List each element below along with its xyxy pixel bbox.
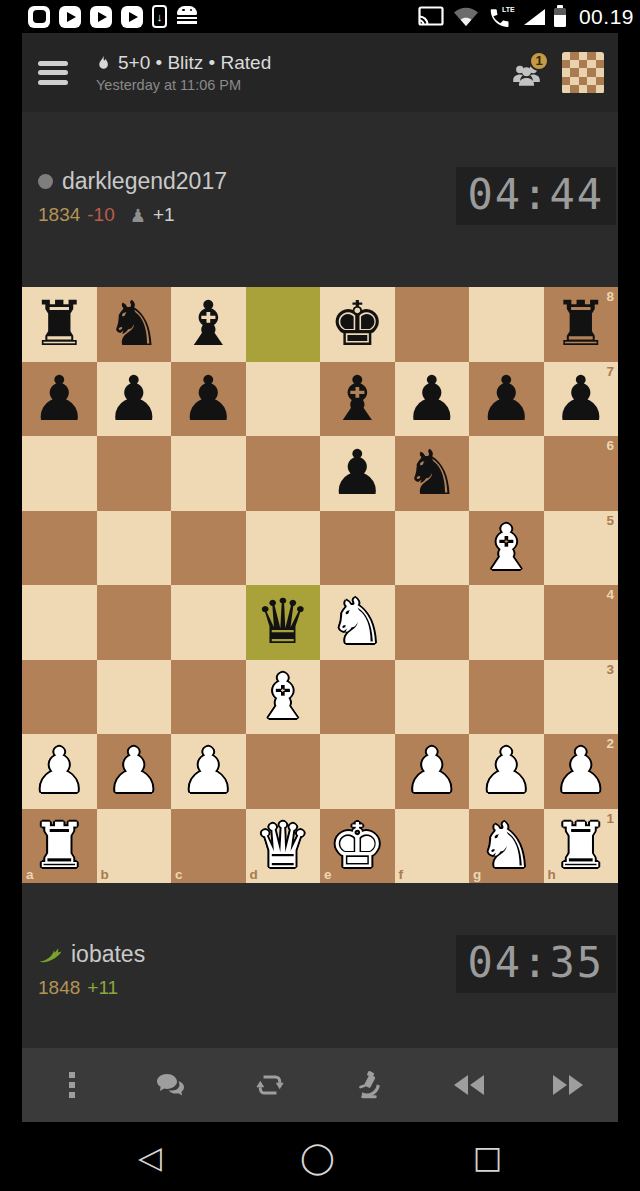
chat-icon xyxy=(156,1072,186,1098)
square-h4[interactable]: 4 xyxy=(544,585,619,660)
piece-black-pawn: ♟ xyxy=(404,362,460,436)
square-e2[interactable] xyxy=(320,734,395,809)
piece-white-rook: ♜ xyxy=(553,809,609,883)
piece-black-pawn: ♟ xyxy=(478,362,534,436)
game-title: 5+0 • Blitz • Rated xyxy=(118,52,271,74)
player-clock: 04:35 xyxy=(456,935,616,993)
forward-icon xyxy=(553,1075,583,1095)
flip-board-button[interactable] xyxy=(221,1048,320,1122)
square-c1[interactable]: c xyxy=(171,809,246,884)
battery-icon xyxy=(554,8,566,27)
square-c3[interactable] xyxy=(171,660,246,735)
rank-label-4: 4 xyxy=(606,587,614,602)
square-c5[interactable] xyxy=(171,511,246,586)
file-label-c: c xyxy=(175,867,183,882)
piece-black-rook: ♜ xyxy=(31,287,87,361)
opponent-rating-diff: -10 xyxy=(87,204,114,226)
game-date: Yesterday at 11:06 PM xyxy=(96,77,271,93)
square-c4[interactable] xyxy=(171,585,246,660)
robot-app-icon xyxy=(176,6,198,28)
square-d8[interactable] xyxy=(246,287,321,362)
piece-white-rook: ♜ xyxy=(31,809,87,883)
square-c6[interactable] xyxy=(171,436,246,511)
square-a3[interactable] xyxy=(22,660,97,735)
square-g4[interactable] xyxy=(469,585,544,660)
menu-button[interactable] xyxy=(38,61,68,85)
piece-black-bishop: ♝ xyxy=(180,287,236,361)
square-b4[interactable] xyxy=(97,585,172,660)
flip-board-icon xyxy=(256,1071,284,1099)
cast-icon xyxy=(418,6,444,27)
more-options-button[interactable] xyxy=(22,1048,121,1122)
file-label-b: b xyxy=(101,867,109,882)
file-label-a: a xyxy=(26,867,34,882)
square-h6[interactable]: 6 xyxy=(544,436,619,511)
status-time: 00.19 xyxy=(579,5,634,29)
square-d1[interactable]: ♛d xyxy=(246,809,321,884)
square-a1[interactable]: ♜a xyxy=(22,809,97,884)
square-e7[interactable]: ♝ xyxy=(320,362,395,437)
rank-label-3: 3 xyxy=(606,662,614,677)
square-b7[interactable]: ♟ xyxy=(97,362,172,437)
piece-white-pawn: ♟ xyxy=(106,734,162,808)
status-bar: ↓ LTE 00.19 xyxy=(0,0,640,33)
player-rating: 1848 xyxy=(38,977,80,999)
square-e3[interactable] xyxy=(320,660,395,735)
square-d5[interactable] xyxy=(246,511,321,586)
square-h3[interactable]: 3 xyxy=(544,660,619,735)
android-nav-bar: ◁ ◯ □ xyxy=(0,1122,640,1191)
more-options-icon xyxy=(69,1072,75,1098)
piece-white-pawn: ♟ xyxy=(404,734,460,808)
opponent-material-diff: +1 xyxy=(153,204,175,226)
blitz-flame-icon xyxy=(96,54,111,73)
game-toolbar xyxy=(22,1048,618,1122)
player-rating-diff: +11 xyxy=(87,977,118,999)
forward-button[interactable] xyxy=(519,1048,618,1122)
piece-white-pawn: ♟ xyxy=(478,734,534,808)
square-h1[interactable]: ♜1h xyxy=(544,809,619,884)
square-e4[interactable]: ♞ xyxy=(320,585,395,660)
app-header: 5+0 • Blitz • Rated Yesterday at 11:06 P… xyxy=(22,33,618,112)
recents-button[interactable]: □ xyxy=(473,1139,502,1175)
square-g7[interactable]: ♟ xyxy=(469,362,544,437)
piece-white-bishop: ♝ xyxy=(478,511,534,585)
square-f6[interactable]: ♞ xyxy=(395,436,470,511)
black-pawn-icon: ♟ xyxy=(130,205,146,226)
analysis-microscope-icon xyxy=(357,1071,383,1099)
square-f1[interactable]: f xyxy=(395,809,470,884)
square-a6[interactable] xyxy=(22,436,97,511)
video-app-icon xyxy=(59,6,81,28)
offline-status-icon xyxy=(38,174,53,189)
square-h8[interactable]: ♜8 xyxy=(544,287,619,362)
piece-black-pawn: ♟ xyxy=(180,362,236,436)
square-f8[interactable] xyxy=(395,287,470,362)
square-c8[interactable]: ♝ xyxy=(171,287,246,362)
piece-black-pawn: ♟ xyxy=(329,436,385,510)
square-g3[interactable] xyxy=(469,660,544,735)
phone-download-icon: ↓ xyxy=(152,5,167,28)
square-d3[interactable]: ♝ xyxy=(246,660,321,735)
square-g2[interactable]: ♟ xyxy=(469,734,544,809)
patron-wing-icon xyxy=(38,945,62,965)
square-b2[interactable]: ♟ xyxy=(97,734,172,809)
notification-icons: ↓ xyxy=(28,5,198,28)
phone-lte-icon: LTE xyxy=(488,5,515,28)
opponent-rating: 1834 xyxy=(38,204,80,226)
back-button[interactable]: ◁ xyxy=(138,1139,162,1175)
square-f3[interactable] xyxy=(395,660,470,735)
square-a5[interactable] xyxy=(22,511,97,586)
player-section: iobates 1848 +11 04:35 xyxy=(22,883,618,1048)
rank-label-5: 5 xyxy=(606,513,614,528)
piece-black-bishop: ♝ xyxy=(329,362,385,436)
rank-label-8: 8 xyxy=(606,289,614,304)
spectators-button[interactable]: 1 xyxy=(511,55,542,91)
piece-black-pawn: ♟ xyxy=(553,362,609,436)
piece-black-pawn: ♟ xyxy=(31,362,87,436)
board-menu-button[interactable] xyxy=(562,52,604,94)
square-b8[interactable]: ♞ xyxy=(97,287,172,362)
square-d4[interactable]: ♛ xyxy=(246,585,321,660)
signal-icon xyxy=(524,9,545,25)
square-f5[interactable] xyxy=(395,511,470,586)
square-a7[interactable]: ♟ xyxy=(22,362,97,437)
home-button[interactable]: ◯ xyxy=(300,1139,335,1175)
svg-text:LTE: LTE xyxy=(502,6,515,13)
piece-white-knight: ♞ xyxy=(329,585,385,659)
square-g6[interactable] xyxy=(469,436,544,511)
chess-board[interactable]: ♜♞♝♚♜8♟♟♟♝♟♟♟7♟♞6♝5♛♞4♝3♟♟♟♟♟♟2♜abc♛d♚ef… xyxy=(22,287,618,883)
opponent-section: darklegend2017 1834 -10 ♟ +1 04:44 xyxy=(22,112,618,287)
rank-label-1: 1 xyxy=(606,811,614,826)
square-e8[interactable]: ♚ xyxy=(320,287,395,362)
chat-button[interactable] xyxy=(121,1048,220,1122)
piece-black-knight: ♞ xyxy=(106,287,162,361)
square-a2[interactable]: ♟ xyxy=(22,734,97,809)
file-label-e: e xyxy=(324,867,332,882)
square-g1[interactable]: ♞g xyxy=(469,809,544,884)
square-d7[interactable] xyxy=(246,362,321,437)
piece-black-knight: ♞ xyxy=(404,436,460,510)
square-b5[interactable] xyxy=(97,511,172,586)
square-f7[interactable]: ♟ xyxy=(395,362,470,437)
square-b1[interactable]: b xyxy=(97,809,172,884)
square-h5[interactable]: 5 xyxy=(544,511,619,586)
backward-icon xyxy=(454,1075,484,1095)
rank-label-6: 6 xyxy=(606,438,614,453)
file-label-h: h xyxy=(548,867,556,882)
piece-white-pawn: ♟ xyxy=(31,734,87,808)
piece-black-queen: ♛ xyxy=(255,585,311,659)
square-g8[interactable] xyxy=(469,287,544,362)
square-c2[interactable]: ♟ xyxy=(171,734,246,809)
player-name[interactable]: iobates xyxy=(71,941,145,968)
square-e1[interactable]: ♚e xyxy=(320,809,395,884)
square-e5[interactable] xyxy=(320,511,395,586)
square-f4[interactable] xyxy=(395,585,470,660)
square-f2[interactable]: ♟ xyxy=(395,734,470,809)
square-g5[interactable]: ♝ xyxy=(469,511,544,586)
square-h2[interactable]: ♟2 xyxy=(544,734,619,809)
square-b3[interactable] xyxy=(97,660,172,735)
file-label-g: g xyxy=(473,867,481,882)
video-app-icon xyxy=(121,6,143,28)
square-d6[interactable] xyxy=(246,436,321,511)
screenshot-app-icon xyxy=(28,6,50,28)
square-e6[interactable]: ♟ xyxy=(320,436,395,511)
piece-white-bishop: ♝ xyxy=(255,660,311,734)
piece-white-pawn: ♟ xyxy=(180,734,236,808)
piece-white-pawn: ♟ xyxy=(553,734,609,808)
opponent-clock: 04:44 xyxy=(456,167,616,225)
rank-label-7: 7 xyxy=(606,364,614,379)
analysis-button[interactable] xyxy=(320,1048,419,1122)
piece-white-king: ♚ xyxy=(329,809,385,883)
piece-black-rook: ♜ xyxy=(553,287,609,361)
backward-button[interactable] xyxy=(419,1048,518,1122)
square-a4[interactable] xyxy=(22,585,97,660)
square-d2[interactable] xyxy=(246,734,321,809)
rank-label-2: 2 xyxy=(606,736,614,751)
file-label-d: d xyxy=(250,867,258,882)
spectator-count-badge: 1 xyxy=(529,51,549,71)
piece-black-king: ♚ xyxy=(329,287,385,361)
opponent-name[interactable]: darklegend2017 xyxy=(62,168,227,195)
file-label-f: f xyxy=(399,867,404,882)
square-b6[interactable] xyxy=(97,436,172,511)
square-c7[interactable]: ♟ xyxy=(171,362,246,437)
piece-white-knight: ♞ xyxy=(478,809,534,883)
video-app-icon xyxy=(90,6,112,28)
piece-white-queen: ♛ xyxy=(255,809,311,883)
square-a8[interactable]: ♜ xyxy=(22,287,97,362)
piece-black-pawn: ♟ xyxy=(106,362,162,436)
square-h7[interactable]: ♟7 xyxy=(544,362,619,437)
wifi-icon xyxy=(453,7,479,27)
